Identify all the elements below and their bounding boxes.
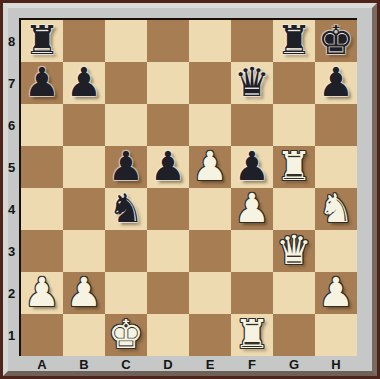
- square-a5[interactable]: [21, 146, 63, 188]
- piece-black-pawn: ♟: [318, 62, 354, 102]
- square-e3[interactable]: [189, 230, 231, 272]
- rank-label-2: 2: [5, 272, 18, 314]
- piece-black-pawn: ♟: [24, 62, 60, 102]
- square-g3[interactable]: ♛: [273, 230, 315, 272]
- square-a1[interactable]: [21, 314, 63, 356]
- square-d4[interactable]: [147, 188, 189, 230]
- piece-white-king: ♚: [108, 314, 144, 354]
- file-label-e: E: [189, 356, 231, 373]
- square-e4[interactable]: [189, 188, 231, 230]
- square-h2[interactable]: ♟: [315, 272, 357, 314]
- piece-white-rook: ♜: [234, 314, 270, 354]
- square-c8[interactable]: [105, 20, 147, 62]
- square-f6[interactable]: [231, 104, 273, 146]
- rank-label-7: 7: [5, 62, 18, 104]
- square-d1[interactable]: [147, 314, 189, 356]
- square-e6[interactable]: [189, 104, 231, 146]
- piece-black-queen: ♛: [234, 62, 270, 102]
- square-g8[interactable]: ♜: [273, 20, 315, 62]
- square-e5[interactable]: ♟: [189, 146, 231, 188]
- piece-white-knight: ♞: [318, 188, 354, 228]
- square-b8[interactable]: [63, 20, 105, 62]
- chess-program-window: 87654321 ABCDEFGH ♜♜♚♟♟♛♟♟♟♟♟♜♞♟♞♛♟♟♟♚♜: [0, 0, 380, 379]
- square-h3[interactable]: [315, 230, 357, 272]
- piece-white-pawn: ♟: [24, 272, 60, 312]
- piece-black-pawn: ♟: [234, 146, 270, 186]
- square-c2[interactable]: [105, 272, 147, 314]
- file-label-a: A: [21, 356, 63, 373]
- square-a2[interactable]: ♟: [21, 272, 63, 314]
- square-b4[interactable]: [63, 188, 105, 230]
- square-b3[interactable]: [63, 230, 105, 272]
- square-c6[interactable]: [105, 104, 147, 146]
- square-e1[interactable]: [189, 314, 231, 356]
- piece-white-pawn: ♟: [234, 188, 270, 228]
- square-h1[interactable]: [315, 314, 357, 356]
- square-b6[interactable]: [63, 104, 105, 146]
- square-c4[interactable]: ♞: [105, 188, 147, 230]
- square-h4[interactable]: ♞: [315, 188, 357, 230]
- square-f5[interactable]: ♟: [231, 146, 273, 188]
- rank-label-8: 8: [5, 20, 18, 62]
- piece-black-pawn: ♟: [150, 146, 186, 186]
- square-f4[interactable]: ♟: [231, 188, 273, 230]
- square-f7[interactable]: ♛: [231, 62, 273, 104]
- square-a4[interactable]: [21, 188, 63, 230]
- file-label-h: H: [315, 356, 357, 373]
- square-a6[interactable]: [21, 104, 63, 146]
- piece-white-pawn: ♟: [318, 272, 354, 312]
- piece-white-pawn: ♟: [192, 146, 228, 186]
- file-label-f: F: [231, 356, 273, 373]
- square-e8[interactable]: [189, 20, 231, 62]
- square-h6[interactable]: [315, 104, 357, 146]
- file-label-c: C: [105, 356, 147, 373]
- piece-black-pawn: ♟: [108, 146, 144, 186]
- square-b5[interactable]: [63, 146, 105, 188]
- file-labels: ABCDEFGH: [21, 356, 357, 373]
- square-e7[interactable]: [189, 62, 231, 104]
- piece-black-knight: ♞: [108, 188, 144, 228]
- square-b2[interactable]: ♟: [63, 272, 105, 314]
- piece-white-queen: ♛: [276, 230, 312, 270]
- piece-white-rook: ♜: [276, 146, 312, 186]
- square-d5[interactable]: ♟: [147, 146, 189, 188]
- square-d8[interactable]: [147, 20, 189, 62]
- square-d6[interactable]: [147, 104, 189, 146]
- piece-black-king: ♚: [318, 20, 354, 60]
- square-g6[interactable]: [273, 104, 315, 146]
- square-a8[interactable]: ♜: [21, 20, 63, 62]
- piece-black-rook: ♜: [276, 20, 312, 60]
- piece-black-pawn: ♟: [66, 62, 102, 102]
- rank-label-4: 4: [5, 188, 18, 230]
- square-f2[interactable]: [231, 272, 273, 314]
- square-b1[interactable]: [63, 314, 105, 356]
- square-g2[interactable]: [273, 272, 315, 314]
- square-h7[interactable]: ♟: [315, 62, 357, 104]
- rank-label-6: 6: [5, 104, 18, 146]
- square-a7[interactable]: ♟: [21, 62, 63, 104]
- file-label-d: D: [147, 356, 189, 373]
- file-label-g: G: [273, 356, 315, 373]
- square-c7[interactable]: [105, 62, 147, 104]
- square-a3[interactable]: [21, 230, 63, 272]
- square-g1[interactable]: [273, 314, 315, 356]
- square-h8[interactable]: ♚: [315, 20, 357, 62]
- rank-label-5: 5: [5, 146, 18, 188]
- square-g4[interactable]: [273, 188, 315, 230]
- rank-labels: 87654321: [5, 20, 18, 356]
- rank-label-3: 3: [5, 230, 18, 272]
- piece-black-rook: ♜: [24, 20, 60, 60]
- square-c5[interactable]: ♟: [105, 146, 147, 188]
- square-g7[interactable]: [273, 62, 315, 104]
- square-b7[interactable]: ♟: [63, 62, 105, 104]
- rank-label-1: 1: [5, 314, 18, 356]
- square-c3[interactable]: [105, 230, 147, 272]
- square-d7[interactable]: [147, 62, 189, 104]
- square-d2[interactable]: [147, 272, 189, 314]
- square-f8[interactable]: [231, 20, 273, 62]
- square-c1[interactable]: ♚: [105, 314, 147, 356]
- square-g5[interactable]: ♜: [273, 146, 315, 188]
- square-h5[interactable]: [315, 146, 357, 188]
- square-d3[interactable]: [147, 230, 189, 272]
- file-label-b: B: [63, 356, 105, 373]
- piece-white-pawn: ♟: [66, 272, 102, 312]
- square-f3[interactable]: [231, 230, 273, 272]
- square-f1[interactable]: ♜: [231, 314, 273, 356]
- chess-board: ♜♜♚♟♟♛♟♟♟♟♟♜♞♟♞♛♟♟♟♚♜: [19, 18, 357, 356]
- square-e2[interactable]: [189, 272, 231, 314]
